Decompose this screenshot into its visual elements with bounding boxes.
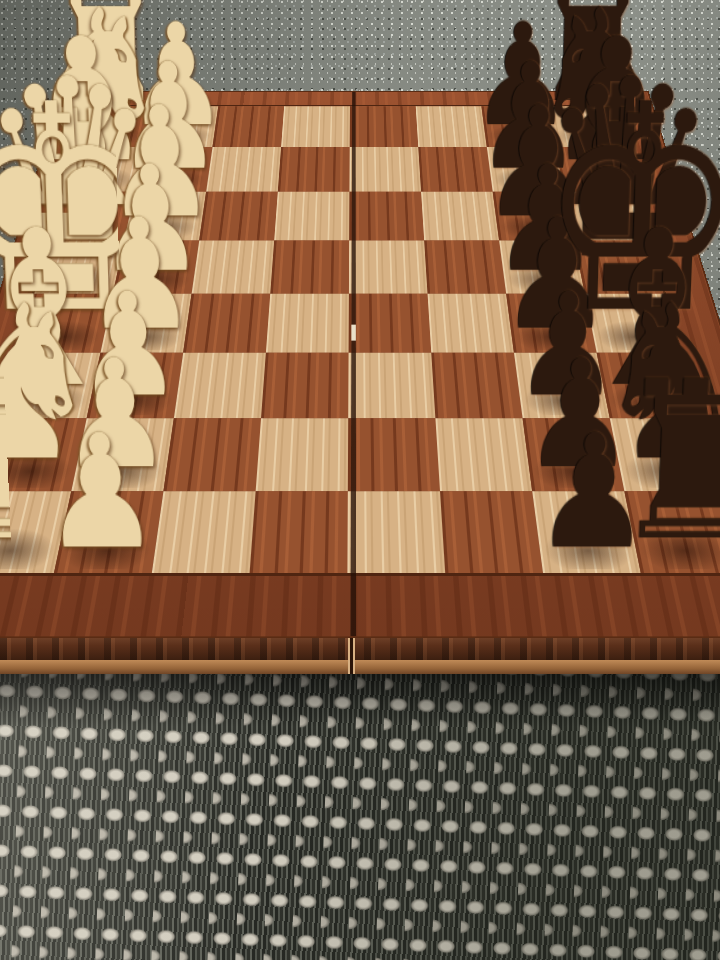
square-b4[interactable] [278,147,350,192]
square-f4[interactable] [261,353,349,418]
square-c5[interactable] [349,192,424,241]
square-f3[interactable] [174,353,266,418]
foreground-rug-near [0,672,720,960]
square-b5[interactable] [349,147,421,192]
square-c4[interactable] [274,192,349,241]
square-a4[interactable] [281,106,350,147]
square-d4[interactable] [270,240,349,293]
square-h5[interactable] [347,491,445,573]
board-hinge-seam [350,92,356,636]
square-h2[interactable]: ♟ [54,491,163,573]
board-bottom-edge [0,660,720,674]
square-g5[interactable] [348,418,440,491]
square-h3[interactable] [152,491,256,573]
chess-board: ♜♟♟♜♞♟♟♞♝♟♟♝♛♟♟♛♚♟♟♚♝♟♟♝♞♟♟♞♜♟♟♜ [0,92,720,636]
rug-weave-texture [0,672,720,960]
board-front-edge [0,636,720,660]
square-h8[interactable]: ♜ [624,491,720,573]
square-g6[interactable] [435,418,532,491]
square-d5[interactable] [349,240,428,293]
square-f6[interactable] [431,353,522,418]
board-hinge-notch [344,636,358,674]
chess-photo-scene: ♜♟♟♜♞♟♟♞♝♟♟♝♛♟♟♛♚♟♟♚♝♟♟♝♞♟♟♞♜♟♟♜ [0,0,720,960]
square-h6[interactable] [440,491,543,573]
board-border: ♜♟♟♜♞♟♟♞♝♟♟♝♛♟♟♛♚♟♟♚♝♟♟♝♞♟♟♞♜♟♟♜ [0,92,720,636]
square-g4[interactable] [256,418,349,491]
black-rook-h8[interactable]: ♜ [609,353,720,571]
square-a5[interactable] [350,106,419,147]
square-g3[interactable] [163,418,261,491]
square-h4[interactable] [250,491,348,573]
square-e4[interactable] [266,294,349,353]
square-f5[interactable] [348,353,435,418]
board-squares: ♜♟♟♜♞♟♟♞♝♟♟♝♛♟♟♛♚♟♟♚♝♟♟♝♞♟♟♞♜♟♟♜ [0,105,720,576]
square-e5[interactable] [349,294,432,353]
white-pawn-h2[interactable]: ♟ [39,414,162,571]
